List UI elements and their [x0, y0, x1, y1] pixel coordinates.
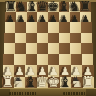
- square-g6[interactable]: [70, 22, 81, 32]
- square-h5[interactable]: [81, 33, 92, 44]
- square-h3[interactable]: [82, 54, 93, 65]
- square-b5[interactable]: [15, 33, 26, 44]
- square-h7[interactable]: ♟: [80, 12, 91, 22]
- square-g4[interactable]: [70, 43, 81, 54]
- square-c5[interactable]: [26, 33, 37, 44]
- square-c3[interactable]: [26, 54, 37, 65]
- square-d5[interactable]: [37, 33, 48, 44]
- square-e6[interactable]: [48, 22, 59, 32]
- chess-board: ♜♞♝♛♚♝♞♜♟♟♟♟♟♟♟♟♟♟♟♟♟♟♟♟♜♞♝♛♚♝♞♜: [0, 2, 96, 88]
- square-e5[interactable]: [48, 33, 59, 44]
- rank-8: ♜♞♝♛♚♝♞♜: [6, 2, 91, 12]
- square-h4[interactable]: [81, 43, 92, 54]
- square-e4[interactable]: [48, 43, 59, 54]
- white-rook[interactable]: ♜: [82, 75, 95, 89]
- square-a7[interactable]: ♟: [5, 12, 16, 22]
- watermark-text-left: [9, 92, 37, 95]
- rank-4: [4, 43, 93, 54]
- chess-app-screen: ♜♞♝♛♚♝♞♜♟♟♟♟♟♟♟♟♟♟♟♟♟♟♟♟♜♞♝♛♚♝♞♜: [0, 0, 96, 96]
- rank-7: ♟♟♟♟♟♟♟♟: [5, 12, 91, 22]
- square-b4[interactable]: [15, 43, 26, 54]
- square-g3[interactable]: [71, 54, 82, 65]
- square-h1[interactable]: ♜: [83, 77, 95, 89]
- square-d4[interactable]: [37, 43, 48, 54]
- square-c6[interactable]: [26, 22, 37, 32]
- rank-3: [3, 54, 93, 65]
- board-frame-bottom: [0, 88, 96, 96]
- square-e3[interactable]: [48, 54, 59, 65]
- square-f7[interactable]: ♟: [59, 12, 70, 22]
- square-b6[interactable]: [15, 22, 26, 32]
- square-f6[interactable]: [59, 22, 70, 32]
- square-g5[interactable]: [70, 33, 81, 44]
- square-d3[interactable]: [37, 54, 48, 65]
- square-f4[interactable]: [59, 43, 70, 54]
- square-b3[interactable]: [14, 54, 25, 65]
- square-b7[interactable]: ♟: [16, 12, 27, 22]
- square-g7[interactable]: ♟: [70, 12, 81, 22]
- square-d6[interactable]: [37, 22, 48, 32]
- square-h6[interactable]: [81, 22, 92, 32]
- rank-1: ♜♞♝♛♚♝♞♜: [2, 77, 94, 89]
- square-a4[interactable]: [4, 43, 15, 54]
- rank-5: [4, 33, 92, 44]
- square-e7[interactable]: ♟: [48, 12, 59, 22]
- square-h8[interactable]: ♜: [80, 2, 91, 12]
- square-f3[interactable]: [59, 54, 70, 65]
- watermark-text-right: [63, 92, 86, 95]
- square-c4[interactable]: [26, 43, 37, 54]
- square-a5[interactable]: [4, 33, 15, 44]
- square-c7[interactable]: ♟: [27, 12, 38, 22]
- square-f5[interactable]: [59, 33, 70, 44]
- square-a3[interactable]: [3, 54, 14, 65]
- square-d7[interactable]: ♟: [37, 12, 48, 22]
- square-a6[interactable]: [5, 22, 16, 32]
- rank-6: [5, 22, 92, 32]
